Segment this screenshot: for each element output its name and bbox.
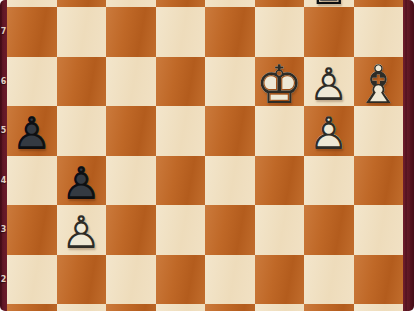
square-d5 bbox=[156, 106, 206, 156]
square-d1 bbox=[156, 304, 206, 311]
square-g5: ♟♙ bbox=[304, 106, 354, 156]
square-a4 bbox=[7, 156, 57, 206]
square-c2 bbox=[106, 255, 156, 305]
rank-label-2: 2 bbox=[0, 255, 7, 305]
square-f6: ♚♔ bbox=[255, 57, 305, 107]
square-c4 bbox=[106, 156, 156, 206]
square-d8 bbox=[156, 0, 206, 7]
square-f2 bbox=[255, 255, 305, 305]
square-h6: ♝♗ bbox=[354, 57, 404, 107]
square-b6 bbox=[57, 57, 107, 107]
square-g2 bbox=[304, 255, 354, 305]
piece-white-pawn: ♟♙ bbox=[304, 57, 354, 107]
rank-label-6: 6 bbox=[0, 57, 7, 107]
square-g3 bbox=[304, 205, 354, 255]
square-d4 bbox=[156, 156, 206, 206]
square-e5 bbox=[205, 106, 255, 156]
square-a7 bbox=[7, 7, 57, 57]
square-f4 bbox=[255, 156, 305, 206]
square-c7 bbox=[106, 7, 156, 57]
square-h3 bbox=[354, 205, 404, 255]
square-c3 bbox=[106, 205, 156, 255]
square-h4 bbox=[354, 156, 404, 206]
piece-black-king: ♚♔ bbox=[304, 0, 354, 7]
square-g4 bbox=[304, 156, 354, 206]
square-b2 bbox=[57, 255, 107, 305]
square-d3 bbox=[156, 205, 206, 255]
square-h7 bbox=[354, 7, 404, 57]
square-f8 bbox=[255, 0, 305, 7]
rank-label-5: 5 bbox=[0, 106, 7, 156]
square-c6 bbox=[106, 57, 156, 107]
piece-white-king: ♚♔ bbox=[255, 57, 305, 107]
square-c8 bbox=[106, 0, 156, 7]
chess-board-diagram: ♚♔♚♔♟♙♝♗♟♙♟♙♟♙♟♙ 765432 bbox=[0, 0, 414, 311]
square-h8 bbox=[354, 0, 404, 7]
piece-white-pawn: ♟♙ bbox=[304, 106, 354, 156]
square-h1 bbox=[354, 304, 404, 311]
square-b7 bbox=[57, 7, 107, 57]
square-g6: ♟♙ bbox=[304, 57, 354, 107]
square-b4: ♟♙ bbox=[57, 156, 107, 206]
square-g7 bbox=[304, 7, 354, 57]
rank-label-3: 3 bbox=[0, 205, 7, 255]
square-c5 bbox=[106, 106, 156, 156]
square-e3 bbox=[205, 205, 255, 255]
square-b5 bbox=[57, 106, 107, 156]
square-e1 bbox=[205, 304, 255, 311]
square-a1 bbox=[7, 304, 57, 311]
rank-label-4: 4 bbox=[0, 156, 7, 206]
square-g8: ♚♔ bbox=[304, 0, 354, 7]
square-c1 bbox=[106, 304, 156, 311]
piece-black-pawn: ♟♙ bbox=[7, 106, 57, 156]
piece-white-bishop: ♝♗ bbox=[354, 57, 404, 107]
square-e2 bbox=[205, 255, 255, 305]
square-f3 bbox=[255, 205, 305, 255]
square-f7 bbox=[255, 7, 305, 57]
square-f1 bbox=[255, 304, 305, 311]
square-a5: ♟♙ bbox=[7, 106, 57, 156]
square-d2 bbox=[156, 255, 206, 305]
piece-white-pawn: ♟♙ bbox=[57, 205, 107, 255]
square-a6 bbox=[7, 57, 57, 107]
square-d6 bbox=[156, 57, 206, 107]
square-e4 bbox=[205, 156, 255, 206]
square-b8 bbox=[57, 0, 107, 7]
square-a3 bbox=[7, 205, 57, 255]
square-h5 bbox=[354, 106, 404, 156]
square-g1 bbox=[304, 304, 354, 311]
piece-black-pawn: ♟♙ bbox=[57, 156, 107, 206]
square-h2 bbox=[354, 255, 404, 305]
square-a8 bbox=[7, 0, 57, 7]
square-b3: ♟♙ bbox=[57, 205, 107, 255]
square-a2 bbox=[7, 255, 57, 305]
chess-board: ♚♔♚♔♟♙♝♗♟♙♟♙♟♙♟♙ bbox=[7, 0, 403, 311]
rank-label-7: 7 bbox=[0, 7, 7, 57]
square-b1 bbox=[57, 304, 107, 311]
square-d7 bbox=[156, 7, 206, 57]
square-e6 bbox=[205, 57, 255, 107]
square-e8 bbox=[205, 0, 255, 7]
square-f5 bbox=[255, 106, 305, 156]
square-e7 bbox=[205, 7, 255, 57]
